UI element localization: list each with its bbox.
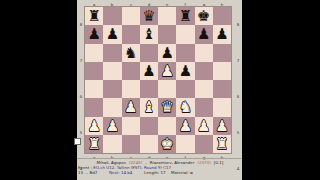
square-a7[interactable]: ♟ (85, 25, 103, 43)
piece-white-bishop[interactable]: ♝ (142, 98, 155, 116)
event-name: EU-ch U12, Tallinn (EST), Round 9) (93, 165, 162, 170)
square-c7[interactable] (122, 25, 140, 43)
square-h2[interactable]: ♟ (213, 117, 231, 135)
rank-labels-right: 87654321 (234, 7, 242, 153)
rank-label-left-7: 7 (79, 52, 83, 70)
black-player-rating: (2370) (197, 160, 210, 165)
rank-label-left-6: 6 (79, 88, 83, 106)
square-b6[interactable] (103, 44, 121, 62)
file-label-top-c: c (126, 2, 135, 5)
square-d7[interactable]: ♝ (140, 25, 158, 43)
square-f1[interactable] (176, 135, 194, 153)
square-b2[interactable]: ♟ (103, 117, 121, 135)
file-label-top-b: b (108, 2, 117, 5)
square-f6[interactable] (176, 44, 194, 62)
game-length: Length: 17 (144, 170, 171, 175)
white-player-rating: (2245) (129, 160, 142, 165)
square-h5[interactable] (213, 62, 231, 80)
piece-black-bishop[interactable]: ♝ (142, 25, 155, 43)
square-d1[interactable] (140, 135, 158, 153)
square-e3[interactable]: ♛ (158, 98, 176, 116)
event-label: Event : (78, 165, 92, 170)
square-c8[interactable] (122, 7, 140, 25)
square-d2[interactable] (140, 117, 158, 135)
event-line: Event : EU-ch U12, Tallinn (EST), Round … (78, 165, 242, 170)
eco-code: C17 (163, 165, 171, 170)
white-player-name: Mihail, Agopov (97, 160, 126, 165)
square-g1[interactable] (195, 135, 213, 153)
next-move: Next: 14.b4 (109, 170, 144, 175)
piece-black-pawn[interactable]: ♟ (197, 25, 210, 43)
file-label-top-h: h (217, 2, 226, 5)
square-a3[interactable] (85, 98, 103, 116)
square-c4[interactable] (122, 80, 140, 98)
piece-black-pawn[interactable]: ♟ (87, 25, 100, 43)
piece-black-pawn[interactable]: ♟ (160, 44, 173, 62)
black-player-name: Riazantsev, Alexander (150, 160, 195, 165)
piece-white-pawn[interactable]: ♟ (179, 117, 192, 135)
rank-label-right-6: 6 (236, 88, 240, 106)
square-b1[interactable] (103, 135, 121, 153)
chess-gui-panel: abcdefgh 87654321 ♜♛♜♚♟♟♝♟♟♞♟♟♟♟♟♝♛♞♟♟♟♟… (77, 0, 242, 180)
piece-black-pawn[interactable]: ♟ (142, 62, 155, 80)
move-info-line: 13 ... Bd7Next: 14.b4Length: 17Material:… (78, 170, 242, 175)
square-c2[interactable] (122, 117, 140, 135)
square-a2[interactable]: ♟ (85, 117, 103, 135)
file-label-top-e: e (163, 2, 172, 5)
square-e5[interactable]: ♟ (158, 62, 176, 80)
square-h3[interactable] (213, 98, 231, 116)
rank-label-left-8: 8 (79, 16, 83, 34)
piece-white-knight[interactable]: ♞ (179, 98, 192, 116)
square-e8[interactable] (158, 7, 176, 25)
game-result: [0-1] (214, 160, 224, 165)
piece-black-queen[interactable]: ♛ (142, 7, 155, 25)
square-h6[interactable] (213, 44, 231, 62)
rank-labels-left: 87654321 (77, 7, 85, 153)
square-c1[interactable] (122, 135, 140, 153)
players-line: Mihail, Agopov(2245)-Riazantsev, Alexand… (78, 160, 242, 165)
piece-black-pawn[interactable]: ♟ (215, 25, 228, 43)
square-f2[interactable]: ♟ (176, 117, 194, 135)
square-d5[interactable]: ♟ (140, 62, 158, 80)
file-labels-top: abcdefgh (85, 0, 231, 6)
square-f4[interactable] (176, 80, 194, 98)
piece-white-pawn[interactable]: ♟ (87, 117, 100, 135)
square-h4[interactable] (213, 80, 231, 98)
square-d6[interactable] (140, 44, 158, 62)
square-a1[interactable]: ♜ (85, 135, 103, 153)
square-b5[interactable] (103, 62, 121, 80)
piece-black-pawn[interactable]: ♟ (106, 25, 119, 43)
piece-black-pawn[interactable]: ♟ (179, 62, 192, 80)
square-g2[interactable]: ♟ (195, 117, 213, 135)
rank-label-right-5: 5 (236, 124, 240, 142)
piece-white-pawn[interactable]: ♟ (106, 117, 119, 135)
piece-white-rook[interactable]: ♜ (215, 135, 228, 153)
square-h7[interactable]: ♟ (213, 25, 231, 43)
square-e1[interactable]: ♚ (158, 135, 176, 153)
square-g6[interactable] (195, 44, 213, 62)
square-g7[interactable]: ♟ (195, 25, 213, 43)
square-g3[interactable] (195, 98, 213, 116)
piece-white-king[interactable]: ♚ (160, 135, 173, 153)
square-e2[interactable] (158, 117, 176, 135)
piece-white-pawn[interactable]: ♟ (160, 62, 173, 80)
file-label-top-a: a (90, 2, 99, 5)
piece-white-rook[interactable]: ♜ (87, 135, 100, 153)
piece-white-queen[interactable]: ♛ (160, 98, 173, 116)
square-f7[interactable] (176, 25, 194, 43)
piece-black-rook[interactable]: ♜ (179, 7, 192, 25)
square-d4[interactable] (140, 80, 158, 98)
square-g4[interactable] (195, 80, 213, 98)
square-h1[interactable]: ♜ (213, 135, 231, 153)
square-b3[interactable] (103, 98, 121, 116)
square-d8[interactable]: ♛ (140, 7, 158, 25)
square-e6[interactable]: ♟ (158, 44, 176, 62)
square-g8[interactable]: ♚ (195, 7, 213, 25)
square-b8[interactable] (103, 7, 121, 25)
square-f3[interactable]: ♞ (176, 98, 194, 116)
square-h8[interactable] (213, 7, 231, 25)
square-f5[interactable]: ♟ (176, 62, 194, 80)
piece-black-king[interactable]: ♚ (197, 7, 210, 25)
square-a6[interactable] (85, 44, 103, 62)
square-c5[interactable] (122, 62, 140, 80)
chess-board[interactable]: ♜♛♜♚♟♟♝♟♟♞♟♟♟♟♟♝♛♞♟♟♟♟♟♜♚♜ (85, 7, 231, 153)
game-info-caption: Mihail, Agopov(2245)-Riazantsev, Alexand… (77, 158, 242, 180)
piece-black-rook[interactable]: ♜ (87, 7, 100, 25)
square-d3[interactable]: ♝ (140, 98, 158, 116)
file-label-top-d: d (144, 2, 153, 5)
square-c3[interactable]: ♟ (122, 98, 140, 116)
square-a4[interactable] (85, 80, 103, 98)
players-separator: - (145, 160, 146, 165)
piece-white-pawn[interactable]: ♟ (124, 98, 137, 116)
right-letterbox-bar (242, 0, 320, 180)
square-g5[interactable] (195, 62, 213, 80)
square-a8[interactable]: ♜ (85, 7, 103, 25)
square-e4[interactable] (158, 80, 176, 98)
square-a5[interactable] (85, 62, 103, 80)
rank-label-right-7: 7 (236, 52, 240, 70)
square-f8[interactable]: ♜ (176, 7, 194, 25)
last-move: 13 ... Bd7 (78, 170, 109, 175)
square-c6[interactable]: ♞ (122, 44, 140, 62)
file-label-top-g: g (199, 2, 208, 5)
side-to-move-indicator (74, 138, 81, 145)
file-label-top-f: f (181, 2, 190, 5)
piece-white-pawn[interactable]: ♟ (197, 117, 210, 135)
piece-black-knight[interactable]: ♞ (124, 44, 137, 62)
piece-white-pawn[interactable]: ♟ (215, 117, 228, 135)
square-b7[interactable]: ♟ (103, 25, 121, 43)
material-balance: Material: = (171, 170, 193, 175)
square-e7[interactable] (158, 25, 176, 43)
square-b4[interactable] (103, 80, 121, 98)
rank-label-right-8: 8 (236, 16, 240, 34)
left-letterbox-bar (0, 0, 77, 180)
